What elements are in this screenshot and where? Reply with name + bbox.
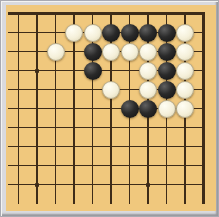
grid-line-vertical <box>55 13 56 204</box>
white-stone <box>176 81 194 99</box>
black-stone <box>158 43 176 61</box>
white-stone <box>176 43 194 61</box>
black-stone <box>158 62 176 80</box>
white-stone <box>139 81 157 99</box>
board-frame <box>0 0 219 217</box>
white-stone <box>139 62 157 80</box>
black-stone <box>158 24 176 42</box>
white-stone <box>47 43 65 61</box>
star-point <box>35 183 39 187</box>
star-point <box>35 69 39 73</box>
black-stone <box>158 81 176 99</box>
black-stone <box>102 24 120 42</box>
white-stone <box>102 81 120 99</box>
black-stone <box>121 24 139 42</box>
white-stone <box>139 43 157 61</box>
black-stone <box>84 43 102 61</box>
white-stone <box>102 43 120 61</box>
white-stone <box>158 100 176 118</box>
white-stone <box>176 62 194 80</box>
grid-line-vertical <box>202 13 205 204</box>
black-stone <box>84 62 102 80</box>
grid-line-vertical <box>18 13 19 204</box>
go-board[interactable] <box>6 5 216 211</box>
black-stone <box>139 100 157 118</box>
white-stone <box>65 24 83 42</box>
white-stone <box>176 24 194 42</box>
go-widget: { "game": "go", "board": { "full_size": … <box>0 0 219 217</box>
white-stone <box>121 43 139 61</box>
white-stone <box>176 100 194 118</box>
white-stone <box>84 24 102 42</box>
black-stone <box>139 24 157 42</box>
black-stone <box>121 100 139 118</box>
grid-line-vertical <box>36 13 37 204</box>
star-point <box>146 183 150 187</box>
